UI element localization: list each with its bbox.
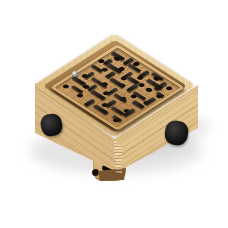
maze-hole [164,85,173,91]
labyrinth-product-photo [0,0,228,228]
maze-wall [104,71,115,78]
maze-wall [104,99,116,107]
maze-wall [126,84,138,92]
maze-hole [61,83,70,89]
maze-wall [70,85,83,93]
maze-hole [144,87,153,93]
steel-ball[interactable] [72,71,78,77]
ball-return-notch [92,169,99,176]
